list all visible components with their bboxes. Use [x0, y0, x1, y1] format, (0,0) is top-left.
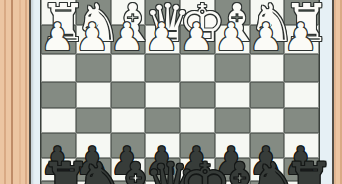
square-r1c4 — [180, 25, 215, 54]
square-r1c2 — [111, 25, 146, 54]
square-r3c3 — [145, 82, 180, 108]
square-r2c7 — [284, 54, 319, 82]
square-r2c3 — [145, 54, 180, 82]
square-r3c0 — [41, 82, 76, 108]
square-r3c4 — [180, 82, 215, 108]
square-r4c7 — [284, 108, 319, 133]
square-r6c4 — [180, 158, 215, 181]
square-r3c2 — [111, 82, 146, 108]
square-r3c5 — [215, 82, 250, 108]
square-r3c6 — [250, 82, 285, 108]
square-r4c4 — [180, 108, 215, 133]
square-r7c3 — [145, 181, 180, 184]
square-r6c5 — [215, 158, 250, 181]
square-r4c1 — [76, 108, 111, 133]
square-r4c2 — [111, 108, 146, 133]
square-r5c4 — [180, 133, 215, 158]
square-r7c2 — [111, 181, 146, 184]
square-r0c5 — [215, 0, 250, 25]
square-r3c7 — [284, 82, 319, 108]
square-r5c3 — [145, 133, 180, 158]
square-r4c3 — [145, 108, 180, 133]
square-r5c5 — [215, 133, 250, 158]
square-r2c1 — [76, 54, 111, 82]
square-r7c1 — [76, 181, 111, 184]
square-r5c1 — [76, 133, 111, 158]
square-r3c1 — [76, 82, 111, 108]
square-r1c7 — [284, 25, 319, 54]
square-r1c1 — [76, 25, 111, 54]
square-r1c5 — [215, 25, 250, 54]
square-r5c6 — [250, 133, 285, 158]
square-r7c4 — [180, 181, 215, 184]
square-r0c1 — [76, 0, 111, 25]
square-r2c5 — [215, 54, 250, 82]
square-r5c0 — [41, 133, 76, 158]
square-r4c5 — [215, 108, 250, 133]
square-r6c6 — [250, 158, 285, 181]
square-r7c7 — [284, 181, 319, 184]
square-r6c0 — [41, 158, 76, 181]
square-r6c7 — [284, 158, 319, 181]
square-r1c3 — [145, 25, 180, 54]
square-r7c5 — [215, 181, 250, 184]
square-r2c0 — [41, 54, 76, 82]
square-r1c0 — [41, 25, 76, 54]
square-r6c2 — [111, 158, 146, 181]
square-r6c3 — [145, 158, 180, 181]
square-r7c6 — [250, 181, 285, 184]
square-r7c0 — [41, 181, 76, 184]
square-r0c3 — [145, 0, 180, 25]
square-r1c6 — [250, 25, 285, 54]
square-r4c0 — [41, 108, 76, 133]
square-r4c6 — [250, 108, 285, 133]
square-r6c1 — [76, 158, 111, 181]
square-r5c2 — [111, 133, 146, 158]
square-r0c4 — [180, 0, 215, 25]
square-r0c7 — [284, 0, 319, 25]
square-r0c0 — [41, 0, 76, 25]
illustration-frame: ♜♞♝♛♚♝♞♜♟♟♟♟♟♟♟♟♟♟♟♟♟♟♟♟♜♞♝♛♚♝♞♜ — [0, 0, 342, 184]
chess-board — [40, 0, 320, 184]
square-r2c2 — [111, 54, 146, 82]
square-r5c7 — [284, 133, 319, 158]
square-r2c4 — [180, 54, 215, 82]
square-r2c6 — [250, 54, 285, 82]
square-r0c6 — [250, 0, 285, 25]
square-r0c2 — [111, 0, 146, 25]
